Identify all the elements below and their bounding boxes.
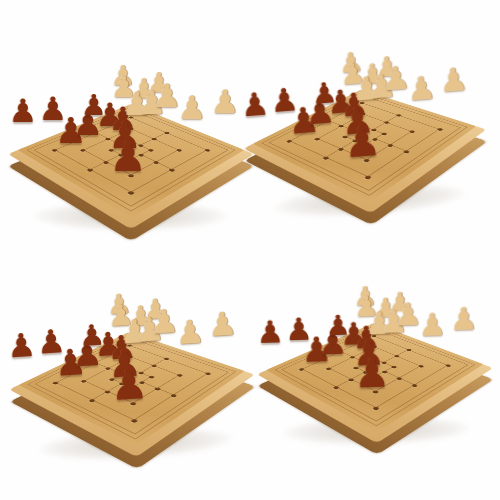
light-peg: ♟ [339, 60, 367, 87]
board-photo: ♟♟♟♟♟♟♟♟♟♟♟♟♟♟♟♟♟♟ [253, 273, 498, 471]
board-surface [19, 332, 245, 446]
light-peg: ♟ [111, 75, 137, 101]
light-peg: ♟ [360, 61, 386, 87]
light-peg: ♟ [107, 302, 134, 329]
dark-peg: ♟ [256, 318, 285, 346]
light-peg: ♟ [353, 285, 377, 309]
light-peg: ♟ [338, 50, 364, 76]
dark-peg: ♟ [269, 85, 300, 115]
light-peg: ♟ [106, 292, 132, 317]
light-peg: ♟ [178, 94, 207, 123]
board-photo: ♟♟♟♟♟♟♟♟♟♟♟♟♟♟♟♟♟♟ [1, 276, 263, 491]
light-peg: ♟ [388, 290, 412, 314]
light-peg: ♟ [438, 65, 469, 95]
board-surface [18, 104, 244, 218]
dark-peg: ♟ [39, 95, 68, 124]
product-photo-collage: ♟♟♟♟♟♟♟♟♟♟♟♟♟♟♟♟♟♟ ♟♟♟♟♟♟♟♟♟♟♟♟♟♟♟♟♟♟ [0, 0, 500, 500]
light-peg: ♟ [374, 297, 398, 321]
light-peg: ♟ [374, 54, 400, 80]
light-peg: ♟ [394, 300, 423, 328]
light-peg: ♟ [149, 307, 180, 337]
board-photo: ♟♟♟♟♟♟♟♟♟♟♟♟♟♟♟♟♟♟ [234, 32, 496, 249]
dark-peg: ♟ [240, 90, 271, 120]
light-peg: ♟ [450, 304, 479, 332]
board-surface [266, 323, 483, 432]
dark-peg: ♟ [285, 316, 314, 344]
dark-peg: ♟ [36, 326, 67, 356]
light-peg: ♟ [354, 295, 380, 320]
light-peg: ♟ [418, 311, 447, 339]
light-peg: ♟ [406, 73, 437, 103]
light-peg: ♟ [147, 71, 171, 95]
light-peg: ♟ [211, 88, 240, 117]
light-peg: ♟ [143, 297, 169, 322]
light-peg: ♟ [111, 64, 135, 88]
board-photo: ♟♟♟♟♟♟♟♟♟♟♟♟♟♟♟♟♟♟ [6, 55, 256, 255]
light-peg: ♟ [128, 304, 154, 329]
light-peg: ♟ [175, 317, 206, 347]
dark-peg: ♟ [6, 330, 37, 360]
light-peg: ♟ [132, 77, 156, 101]
light-peg: ♟ [153, 82, 182, 111]
dark-peg: ♟ [9, 97, 38, 126]
light-peg: ♟ [381, 64, 412, 94]
light-peg: ♟ [207, 309, 238, 339]
